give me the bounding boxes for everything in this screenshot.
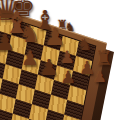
pawn-piece: ♟	[39, 57, 59, 79]
pawn-piece: ♟	[60, 69, 75, 86]
pawn-piece: ♟	[21, 48, 39, 68]
pawn-piece: ♟	[59, 49, 74, 66]
knight-piece: ♞	[78, 37, 92, 53]
rook-piece: ♜	[95, 48, 113, 68]
knight-piece: ♞	[19, 22, 41, 46]
pawn-piece: ♟	[44, 25, 66, 49]
photo-canvas: ♜♞♚♛♝♝♞♟♟♞♜♟♟♟♟♟♟	[0, 0, 120, 120]
pawn-piece: ♟	[0, 32, 15, 54]
pawn-piece: ♟	[93, 70, 106, 85]
